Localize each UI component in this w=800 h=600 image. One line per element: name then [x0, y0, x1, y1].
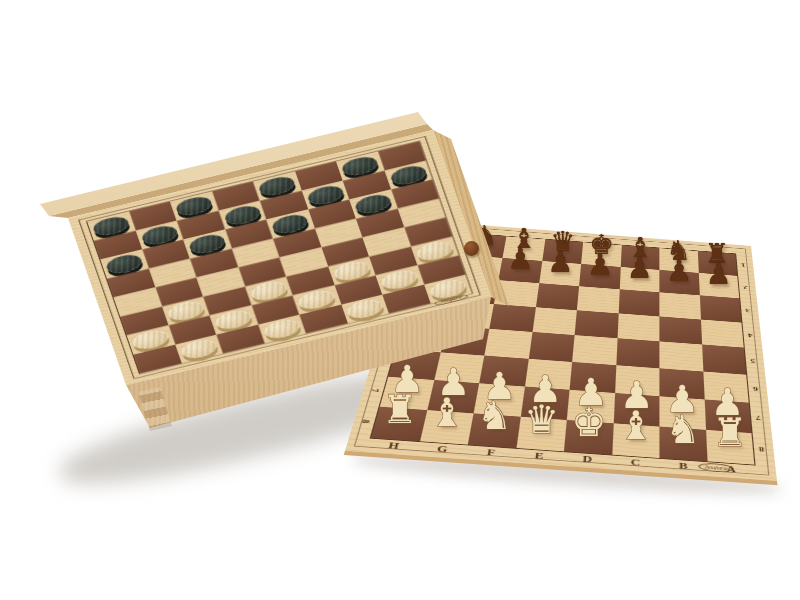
chess-square-c5[interactable] [616, 338, 660, 368]
light-bishop-c8[interactable]: ♝ [619, 407, 654, 446]
chess-square-d4[interactable] [575, 310, 619, 338]
chess-square-c4[interactable] [617, 313, 659, 341]
rank-label-right-5: 5 [744, 357, 763, 365]
rank-label-right-4: 4 [741, 332, 759, 340]
dark-pawn-f2[interactable]: ♟ [507, 245, 533, 274]
drawer-knob[interactable] [464, 241, 479, 256]
rank-label-left-8: 8 [359, 415, 374, 427]
light-queen-e8[interactable]: ♛ [524, 400, 559, 439]
dark-pawn-c2[interactable]: ♟ [627, 254, 653, 283]
light-knight-f8[interactable]: ♞ [477, 397, 512, 436]
rank-label-right-2: 2 [737, 284, 754, 291]
file-label-c: C [611, 455, 659, 468]
chess-square-b3[interactable] [659, 292, 700, 319]
chess-square-a3[interactable] [699, 295, 741, 322]
file-label-e: E [514, 449, 563, 462]
light-king-d8[interactable]: ♚ [572, 404, 607, 443]
dark-pawn-d2[interactable]: ♟ [587, 251, 613, 280]
file-label-h: H [368, 439, 419, 452]
dark-pawn-b2[interactable]: ♟ [666, 257, 692, 286]
chess-square-e4[interactable] [532, 307, 577, 335]
chess-square-c3[interactable] [618, 289, 659, 316]
rank-label-right-7: 7 [749, 414, 769, 423]
rank-label-right-6: 6 [746, 385, 765, 393]
light-bishop-g8[interactable]: ♝ [430, 394, 465, 433]
rank-label-right-1: 1 [735, 262, 752, 269]
rank-label-left-7: 7 [368, 385, 382, 396]
chess-square-a5[interactable] [702, 344, 747, 374]
light-rook-h8[interactable]: ♜ [382, 390, 417, 429]
rank-label-right-8: 8 [751, 444, 771, 453]
rank-label-right-3: 3 [739, 307, 757, 314]
chess-square-a4[interactable] [700, 319, 743, 347]
file-label-f: F [466, 445, 516, 458]
chess-square-b5[interactable] [659, 341, 702, 371]
chess-square-d5[interactable] [572, 335, 617, 365]
dark-pawn-a2[interactable]: ♟ [705, 260, 731, 289]
chess-square-e3[interactable] [535, 283, 579, 310]
light-rook-a8[interactable]: ♜ [712, 414, 747, 453]
file-label-g: G [417, 442, 468, 455]
dark-pawn-e2[interactable]: ♟ [547, 248, 573, 277]
chess-square-f4[interactable] [489, 304, 535, 332]
chess-square-d3[interactable] [577, 286, 619, 313]
file-label-d: D [563, 452, 612, 465]
chess-square-e5[interactable] [528, 332, 574, 362]
light-knight-b8[interactable]: ♞ [665, 410, 700, 449]
chess-square-b4[interactable] [659, 316, 701, 344]
scene: HGFEDCBA 12345678 12345678 Jeujura ♜♞♝♚♛… [0, 0, 800, 600]
chess-square-f5[interactable] [484, 329, 532, 359]
